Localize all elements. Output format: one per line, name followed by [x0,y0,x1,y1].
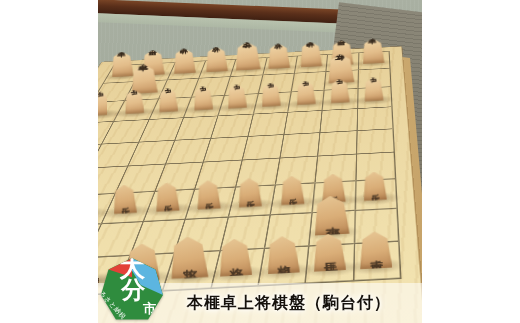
board-cell [235,158,280,187]
board-cell: 歩兵 [322,88,357,110]
board-cell [247,112,287,136]
photo-area: 香車桂馬銀将金将玉将金将銀将桂馬香車飛車角行歩兵歩兵歩兵歩兵歩兵歩兵歩兵歩兵歩兵… [98,0,422,323]
board-cell: 歩兵 [270,183,315,215]
piece-kanji: 王将 [181,256,196,257]
shogi-piece: 金将 [267,43,290,69]
piece-kanji: 角行 [335,68,346,69]
shogi-piece: 銀将 [299,41,322,67]
logo-char-shi: 市 [143,302,156,315]
piece-kanji: 歩兵 [161,196,172,197]
piece-kanji: 歩兵 [120,199,131,200]
piece-kanji: 桂馬 [322,251,336,252]
shogi-piece: 香車 [362,38,385,64]
piece-kanji: 飛車 [138,79,149,80]
piece-kanji: 歩兵 [286,190,297,191]
shogi-piece: 玉将 [234,42,260,71]
shogi-piece: 銀将 [173,48,196,74]
logo-char-bun: 分 [121,278,145,302]
board-cell: 歩兵 [357,86,392,108]
piece-kanji: 銀将 [276,254,290,255]
oita-city-logo: 大 分 市 ふるさと納税 [101,258,163,322]
piece-kanji: 金将 [229,256,243,257]
board-cell [279,132,319,158]
board-cell: 香車 [358,51,390,70]
piece-kanji: 歩兵 [203,194,214,195]
shogi-piece: 香車 [110,51,133,77]
board-cell [356,106,392,130]
board-cell [211,113,253,137]
board-cell: 歩兵 [354,179,396,211]
piece-kanji: 玉将 [242,56,252,57]
board-cell [241,134,283,160]
board-cell: 桂馬 [305,243,353,282]
shogi-piece: 金将 [204,46,227,72]
logo-green-heptagon: 大 分 市 ふるさと納税 [101,258,163,322]
piece-kanji: 歩兵 [245,192,256,193]
board-cell [203,136,247,162]
product-image: 香車桂馬銀将金将玉将金将銀将桂馬香車飛車角行歩兵歩兵歩兵歩兵歩兵歩兵歩兵歩兵歩兵… [0,0,520,323]
board-cell [283,110,321,134]
board-cell [356,128,394,154]
board-cell [320,108,357,132]
piece-kanji: 飛車 [324,214,339,215]
product-caption: 本榧卓上将棋盤（駒台付） [187,293,391,314]
piece-kanji: 歩兵 [328,188,339,189]
board-cell [317,130,356,156]
piece-kanji: 歩兵 [370,186,381,187]
board-cell: 香車 [352,241,400,280]
piece-kanji: 香車 [369,249,383,250]
